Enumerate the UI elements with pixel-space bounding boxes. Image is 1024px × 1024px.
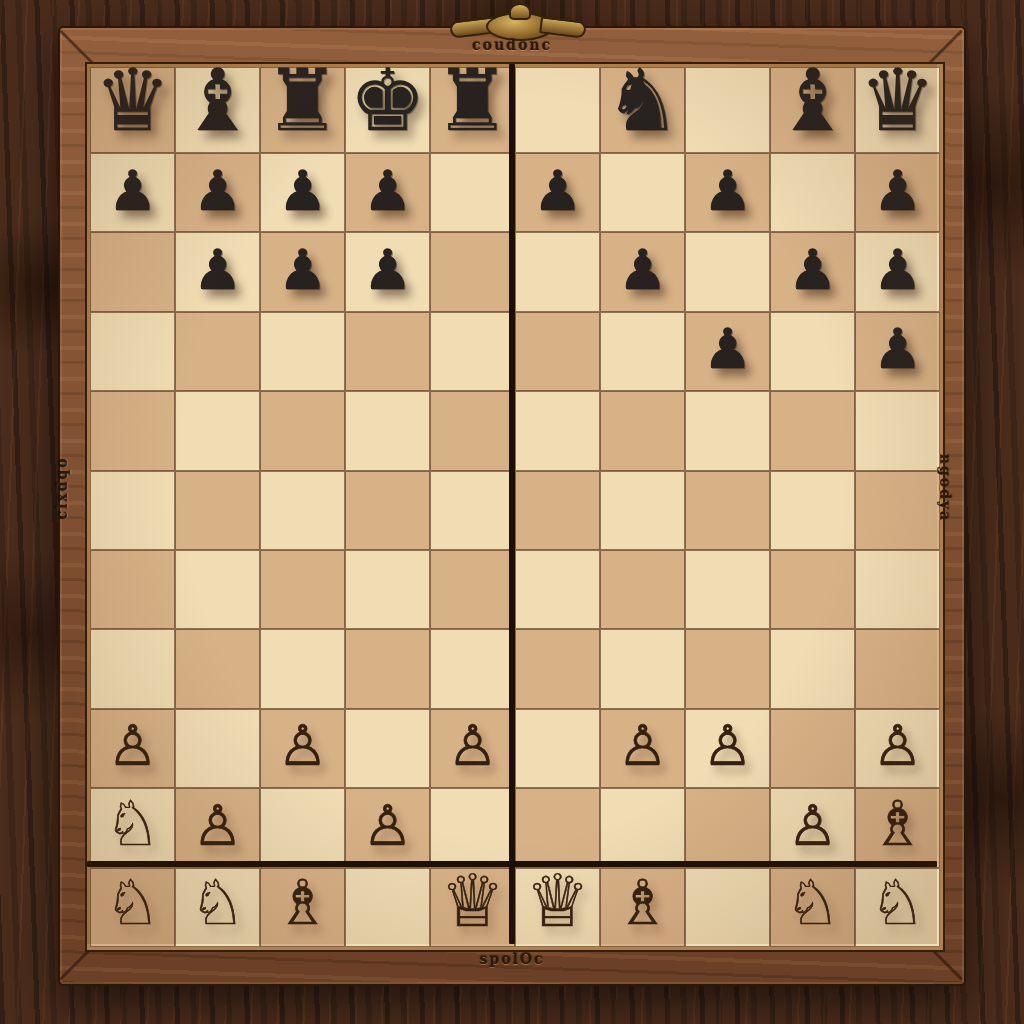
square-r3c6[interactable] (515, 232, 600, 311)
black-pawn[interactable]: ♟ (617, 242, 667, 298)
black-pawn[interactable]: ♟ (107, 163, 157, 219)
square-r3c1[interactable] (90, 232, 175, 311)
square-r4c10[interactable]: ♟ (855, 312, 940, 391)
square-r10c1[interactable]: ♘ (90, 788, 175, 867)
square-r2c5[interactable] (430, 153, 515, 232)
black-pawn[interactable]: ♟ (192, 163, 242, 219)
square-r4c9[interactable] (770, 312, 855, 391)
square-r8c6[interactable] (515, 629, 600, 708)
board-divider-horizontal (87, 861, 937, 867)
square-r8c4[interactable] (345, 629, 430, 708)
white-pawn[interactable]: ♙ (192, 798, 242, 854)
square-r4c7[interactable] (600, 312, 685, 391)
square-r10c3[interactable] (260, 788, 345, 867)
black-rook[interactable]: ♜ (434, 57, 511, 143)
black-pawn[interactable]: ♟ (872, 163, 922, 219)
square-r10c5[interactable] (430, 788, 515, 867)
square-r5c3[interactable] (260, 391, 345, 470)
square-r11c4[interactable] (345, 868, 430, 947)
square-r10c10[interactable]: ♗ (855, 788, 940, 867)
black-pawn[interactable]: ♟ (702, 163, 752, 219)
square-r10c2[interactable]: ♙ (175, 788, 260, 867)
white-knight[interactable]: ♘ (190, 872, 246, 934)
square-r7c10[interactable] (855, 550, 940, 629)
square-r8c3[interactable] (260, 629, 345, 708)
square-r5c4[interactable] (345, 391, 430, 470)
white-pawn[interactable]: ♙ (277, 718, 327, 774)
square-r7c6[interactable] (515, 550, 600, 629)
black-pawn[interactable]: ♟ (277, 242, 327, 298)
square-r7c1[interactable] (90, 550, 175, 629)
square-r9c6[interactable] (515, 709, 600, 788)
square-r4c6[interactable] (515, 312, 600, 391)
square-r9c9[interactable] (770, 709, 855, 788)
square-r11c3[interactable]: ♗ (260, 868, 345, 947)
square-r2c1[interactable]: ♟ (90, 153, 175, 232)
square-r4c3[interactable] (260, 312, 345, 391)
square-r6c6[interactable] (515, 471, 600, 550)
square-r11c2[interactable]: ♘ (175, 868, 260, 947)
white-queen[interactable]: ♕ (525, 865, 590, 937)
black-pawn[interactable]: ♟ (192, 242, 242, 298)
square-r8c5[interactable] (430, 629, 515, 708)
square-r7c7[interactable] (600, 550, 685, 629)
square-r11c1[interactable]: ♘ (90, 868, 175, 947)
square-r2c7[interactable] (600, 153, 685, 232)
square-r10c6[interactable] (515, 788, 600, 867)
square-r5c6[interactable] (515, 391, 600, 470)
square-r8c7[interactable] (600, 629, 685, 708)
black-bishop[interactable]: ♝ (179, 57, 256, 143)
square-r11c8[interactable] (685, 868, 770, 947)
black-knight[interactable]: ♞ (604, 57, 681, 143)
square-r7c9[interactable] (770, 550, 855, 629)
black-king[interactable]: ♚ (349, 57, 426, 143)
white-pawn[interactable]: ♙ (872, 718, 922, 774)
white-knight[interactable]: ♘ (785, 872, 841, 934)
square-r5c10[interactable] (855, 391, 940, 470)
square-r1c2[interactable]: ♝ (175, 67, 260, 153)
white-queen[interactable]: ♕ (440, 865, 505, 937)
square-r11c9[interactable]: ♘ (770, 868, 855, 947)
square-r3c2[interactable]: ♟ (175, 232, 260, 311)
square-r8c2[interactable] (175, 629, 260, 708)
square-r5c8[interactable] (685, 391, 770, 470)
white-bishop[interactable]: ♗ (615, 872, 671, 934)
white-pawn[interactable]: ♙ (787, 798, 837, 854)
square-r9c4[interactable] (345, 709, 430, 788)
square-r6c3[interactable] (260, 471, 345, 550)
square-r2c4[interactable]: ♟ (345, 153, 430, 232)
square-r6c1[interactable] (90, 471, 175, 550)
square-r11c10[interactable]: ♘ (855, 868, 940, 947)
black-bishop[interactable]: ♝ (774, 57, 851, 143)
square-r10c8[interactable] (685, 788, 770, 867)
frame-engraving-bottom: spolOc (432, 951, 592, 967)
square-r3c4[interactable]: ♟ (345, 232, 430, 311)
square-r11c6[interactable]: ♕ (515, 868, 600, 947)
frame-engraving-left: clxdqo (54, 438, 70, 538)
square-r6c10[interactable] (855, 471, 940, 550)
square-r2c6[interactable]: ♟ (515, 153, 600, 232)
black-pawn[interactable]: ♟ (362, 242, 412, 298)
square-r3c5[interactable] (430, 232, 515, 311)
square-r1c5[interactable]: ♜ (430, 67, 515, 153)
square-r1c10[interactable]: ♛ (855, 67, 940, 153)
square-r1c7[interactable]: ♞ (600, 67, 685, 153)
square-r9c8[interactable]: ♙ (685, 709, 770, 788)
square-r1c8[interactable] (685, 67, 770, 153)
square-r5c7[interactable] (600, 391, 685, 470)
square-r6c4[interactable] (345, 471, 430, 550)
square-r3c8[interactable] (685, 232, 770, 311)
square-r7c4[interactable] (345, 550, 430, 629)
square-r2c8[interactable]: ♟ (685, 153, 770, 232)
square-r1c9[interactable]: ♝ (770, 67, 855, 153)
white-bishop[interactable]: ♗ (870, 793, 926, 855)
board-divider-vertical (509, 64, 515, 944)
square-r2c3[interactable]: ♟ (260, 153, 345, 232)
square-r6c9[interactable] (770, 471, 855, 550)
white-bishop[interactable]: ♗ (275, 872, 331, 934)
square-r2c2[interactable]: ♟ (175, 153, 260, 232)
black-pawn[interactable]: ♟ (872, 242, 922, 298)
white-knight[interactable]: ♘ (105, 872, 161, 934)
square-r8c1[interactable] (90, 629, 175, 708)
square-r8c8[interactable] (685, 629, 770, 708)
square-r3c10[interactable]: ♟ (855, 232, 940, 311)
square-r6c7[interactable] (600, 471, 685, 550)
white-knight[interactable]: ♘ (105, 793, 161, 855)
square-r2c10[interactable]: ♟ (855, 153, 940, 232)
square-r1c4[interactable]: ♚ (345, 67, 430, 153)
white-pawn[interactable]: ♙ (617, 718, 667, 774)
square-r1c6[interactable] (515, 67, 600, 153)
square-r6c2[interactable] (175, 471, 260, 550)
square-r4c5[interactable] (430, 312, 515, 391)
square-r1c3[interactable]: ♜ (260, 67, 345, 153)
square-r4c8[interactable]: ♟ (685, 312, 770, 391)
square-r5c9[interactable] (770, 391, 855, 470)
square-r5c2[interactable] (175, 391, 260, 470)
square-r7c2[interactable] (175, 550, 260, 629)
square-r7c8[interactable] (685, 550, 770, 629)
square-r9c3[interactable]: ♙ (260, 709, 345, 788)
square-r2c9[interactable] (770, 153, 855, 232)
square-r3c7[interactable]: ♟ (600, 232, 685, 311)
square-r9c10[interactable]: ♙ (855, 709, 940, 788)
square-r9c2[interactable] (175, 709, 260, 788)
square-r4c2[interactable] (175, 312, 260, 391)
square-r1c1[interactable]: ♛ (90, 67, 175, 153)
white-pawn[interactable]: ♙ (447, 718, 497, 774)
frame-engraving-top: coudonc (432, 37, 592, 53)
white-pawn[interactable]: ♙ (107, 718, 157, 774)
chessboard[interactable]: ♛♝♜♚♜♞♝♛♟♟♟♟♟♟♟♟♟♟♟♟♟♟♟♙♙♙♙♙♙♘♙♙♙♗♘♘♗♕♕♗… (87, 64, 943, 950)
black-pawn[interactable]: ♟ (532, 163, 582, 219)
square-r11c7[interactable]: ♗ (600, 868, 685, 947)
square-r3c9[interactable]: ♟ (770, 232, 855, 311)
black-queen[interactable]: ♛ (859, 57, 936, 143)
square-r7c3[interactable] (260, 550, 345, 629)
black-pawn[interactable]: ♟ (362, 163, 412, 219)
brass-emblem-knob (509, 3, 531, 20)
square-r5c1[interactable] (90, 391, 175, 470)
black-rook[interactable]: ♜ (264, 57, 341, 143)
square-r9c7[interactable]: ♙ (600, 709, 685, 788)
square-r8c9[interactable] (770, 629, 855, 708)
black-pawn[interactable]: ♟ (872, 321, 922, 377)
square-r6c8[interactable] (685, 471, 770, 550)
square-r9c5[interactable]: ♙ (430, 709, 515, 788)
square-r4c1[interactable] (90, 312, 175, 391)
black-queen[interactable]: ♛ (94, 57, 171, 143)
square-r10c4[interactable]: ♙ (345, 788, 430, 867)
white-knight[interactable]: ♘ (870, 872, 926, 934)
white-pawn[interactable]: ♙ (702, 718, 752, 774)
square-r6c5[interactable] (430, 471, 515, 550)
square-r3c3[interactable]: ♟ (260, 232, 345, 311)
square-r11c5[interactable]: ♕ (430, 868, 515, 947)
black-pawn[interactable]: ♟ (702, 321, 752, 377)
square-r8c10[interactable] (855, 629, 940, 708)
white-pawn[interactable]: ♙ (362, 798, 412, 854)
square-r4c4[interactable] (345, 312, 430, 391)
black-pawn[interactable]: ♟ (277, 163, 327, 219)
square-r5c5[interactable] (430, 391, 515, 470)
frame-engraving-right: ngodya (937, 438, 953, 538)
black-pawn[interactable]: ♟ (787, 242, 837, 298)
wooden-table-background: ♛♝♜♚♜♞♝♛♟♟♟♟♟♟♟♟♟♟♟♟♟♟♟♙♙♙♙♙♙♘♙♙♙♗♘♘♗♕♕♗… (0, 0, 1024, 1024)
square-r9c1[interactable]: ♙ (90, 709, 175, 788)
square-r7c5[interactable] (430, 550, 515, 629)
square-r10c7[interactable] (600, 788, 685, 867)
square-r10c9[interactable]: ♙ (770, 788, 855, 867)
